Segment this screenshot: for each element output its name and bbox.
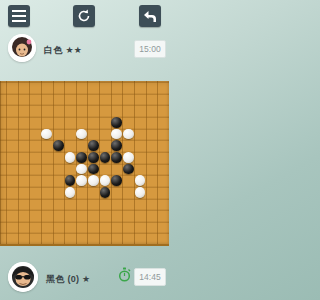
board-cell[interactable] [88,128,100,140]
board-cell[interactable] [6,233,18,245]
board-cell[interactable] [146,128,158,140]
board-cell[interactable] [76,128,88,140]
white-stone [88,175,99,186]
board-cell[interactable] [99,187,111,199]
board-cell[interactable] [146,93,158,105]
boy-with-glasses-avatar-icon [8,262,38,292]
board-cell[interactable] [64,117,76,129]
board-cell[interactable] [41,233,53,245]
board-cell[interactable] [88,117,100,129]
board-cell[interactable] [53,210,65,222]
board-cell[interactable] [18,152,30,164]
board-cell[interactable] [76,221,88,233]
board-cell[interactable] [88,175,100,187]
board-cell[interactable] [41,140,53,152]
board-cell[interactable] [111,140,123,152]
board-cell[interactable] [99,198,111,210]
board-cell[interactable] [99,93,111,105]
black-stone [111,175,122,186]
board-cell[interactable] [29,233,41,245]
black-stone [100,187,111,198]
board-cell[interactable] [122,82,134,94]
board-cell[interactable] [122,140,134,152]
board-cell[interactable] [99,128,111,140]
board-cell[interactable] [146,82,158,94]
board-cell[interactable] [134,233,146,245]
board-cell[interactable] [146,152,158,164]
board-cell[interactable] [53,221,65,233]
white-player-avatar [8,34,36,62]
board-cell[interactable] [76,175,88,187]
board-cell[interactable] [41,105,53,117]
board-cell[interactable] [6,117,18,129]
board-cell[interactable] [99,233,111,245]
board-cell[interactable] [157,198,169,210]
board-cell[interactable] [88,105,100,117]
board-cell[interactable] [122,221,134,233]
board-cell[interactable] [157,128,169,140]
board-cell[interactable] [64,175,76,187]
board-cell[interactable] [99,82,111,94]
board-cell[interactable] [6,152,18,164]
board-cell[interactable] [99,105,111,117]
board-cell[interactable] [18,233,30,245]
board-cell[interactable] [134,198,146,210]
board-cell[interactable] [76,163,88,175]
board-cell[interactable] [134,175,146,187]
board-cell[interactable] [64,210,76,222]
board-cell[interactable] [53,140,65,152]
white-stone [41,129,52,140]
board-cell[interactable] [18,82,30,94]
undo-arrow-icon [143,10,157,23]
board-cell[interactable] [99,163,111,175]
board-cell[interactable] [29,210,41,222]
board-cell[interactable] [41,93,53,105]
board-cell[interactable] [88,221,100,233]
board-cell[interactable] [99,117,111,129]
board-cell[interactable] [41,117,53,129]
board-cell[interactable] [157,152,169,164]
board-cell[interactable] [157,221,169,233]
black-player-avatar [8,262,38,292]
board-cell[interactable] [53,152,65,164]
board-cell[interactable] [6,93,18,105]
black-stone [111,117,122,128]
black-stone [88,152,99,163]
white-stone [135,187,146,198]
board-cell[interactable] [29,82,41,94]
board-cell[interactable] [29,163,41,175]
black-player-row: 黑色 (0) ★ 14:45 [0,258,169,292]
board-cell[interactable] [29,221,41,233]
board-cell[interactable] [146,163,158,175]
board-cell[interactable] [6,175,18,187]
board-cell[interactable] [41,221,53,233]
board-cell[interactable] [88,163,100,175]
board-cell[interactable] [18,175,30,187]
board-cell[interactable] [111,187,123,199]
board-cell[interactable] [99,221,111,233]
white-player-row: 白色 ★★ 15:00 [0,33,169,67]
white-stone [123,152,134,163]
board-cell[interactable] [18,163,30,175]
board-cell[interactable] [64,105,76,117]
girl-avatar-icon [8,34,36,62]
board-cell[interactable] [134,105,146,117]
board-cell[interactable] [134,117,146,129]
board-cell[interactable] [122,198,134,210]
board-cell[interactable] [157,140,169,152]
board-cell[interactable] [134,140,146,152]
board-cell[interactable] [157,233,169,245]
board-cell[interactable] [6,128,18,140]
board-cell[interactable] [88,152,100,164]
black-stone [111,152,122,163]
board-cell[interactable] [29,128,41,140]
black-stone [88,140,99,151]
board-cell[interactable] [64,128,76,140]
board-cell[interactable] [122,117,134,129]
black-stone [111,140,122,151]
board-cell[interactable] [41,163,53,175]
board-cell[interactable] [76,105,88,117]
board-cell[interactable] [53,175,65,187]
board-cell[interactable] [6,140,18,152]
board-cell[interactable] [76,140,88,152]
board-cell[interactable] [29,140,41,152]
board-cell[interactable] [6,221,18,233]
board-cell[interactable] [146,233,158,245]
board-cell[interactable] [88,187,100,199]
board-cell[interactable] [134,128,146,140]
board-cell[interactable] [64,163,76,175]
board-cell[interactable] [146,105,158,117]
board-cell[interactable] [53,163,65,175]
board-cell[interactable] [29,152,41,164]
board-cell[interactable] [157,105,169,117]
timer-clock-icon [118,267,131,281]
board-cell[interactable] [53,105,65,117]
board-cell[interactable] [76,233,88,245]
board-cell[interactable] [29,93,41,105]
board-cell[interactable] [64,198,76,210]
white-player-name: 白色 ★★ [44,44,82,57]
board-cell[interactable] [64,187,76,199]
board-cell[interactable] [122,128,134,140]
board-cell[interactable] [18,140,30,152]
board-cell[interactable] [53,93,65,105]
board-cell[interactable] [157,163,169,175]
board-cell[interactable] [146,175,158,187]
board-cell[interactable] [29,198,41,210]
hamburger-icon [12,10,26,22]
board-cell[interactable] [64,233,76,245]
board-cell[interactable] [111,93,123,105]
board-cell[interactable] [41,175,53,187]
black-player-name: 黑色 (0) ★ [46,273,90,286]
board-cell[interactable] [76,93,88,105]
board-cell[interactable] [146,210,158,222]
board-cell[interactable] [111,198,123,210]
white-stone [76,175,87,186]
board-cell[interactable] [157,82,169,94]
white-stone [100,175,111,186]
board-cell[interactable] [18,210,30,222]
board-cell[interactable] [134,163,146,175]
board-cell[interactable] [41,210,53,222]
board-cell[interactable] [111,152,123,164]
board-cell[interactable] [41,187,53,199]
board-cell[interactable] [18,198,30,210]
board-cell[interactable] [157,187,169,199]
board-cell[interactable] [122,163,134,175]
board-cell[interactable] [64,82,76,94]
board-cell[interactable] [18,105,30,117]
white-stone [135,175,146,186]
board-cell[interactable] [122,233,134,245]
board-cell[interactable] [6,198,18,210]
board-cell[interactable] [134,82,146,94]
board-cell[interactable] [146,187,158,199]
white-player-timer: 15:00 [134,40,166,58]
board-cell[interactable] [53,117,65,129]
board-cell[interactable] [18,187,30,199]
board-cell[interactable] [29,187,41,199]
board-cell[interactable] [64,93,76,105]
board-cell[interactable] [122,93,134,105]
board-cell[interactable] [122,105,134,117]
board-cell[interactable] [53,187,65,199]
white-stone [76,129,87,140]
board-cell[interactable] [41,128,53,140]
board-cell[interactable] [122,187,134,199]
board-cell[interactable] [111,105,123,117]
board-cell[interactable] [53,198,65,210]
board-cell[interactable] [18,128,30,140]
board-cell[interactable] [111,82,123,94]
black-player-timer: 14:45 [134,268,166,286]
board-cell[interactable] [111,210,123,222]
board-cell[interactable] [64,221,76,233]
board-cell[interactable] [134,221,146,233]
white-stone [65,187,76,198]
board-cell[interactable] [88,82,100,94]
board-cell[interactable] [18,117,30,129]
board-cell[interactable] [111,128,123,140]
menu-button[interactable] [8,5,30,27]
board-cell[interactable] [122,152,134,164]
board-cell[interactable] [99,175,111,187]
board-cell[interactable] [76,117,88,129]
board-cell[interactable] [76,82,88,94]
board-cell[interactable] [88,93,100,105]
black-stone [53,140,64,151]
board-cell[interactable] [157,93,169,105]
board-cell[interactable] [6,210,18,222]
board-cell[interactable] [76,198,88,210]
board-cell[interactable] [6,105,18,117]
board-cell[interactable] [111,163,123,175]
black-stone [100,152,111,163]
board-cell[interactable] [111,175,123,187]
board [0,81,169,246]
board-cell[interactable] [99,152,111,164]
board-cell[interactable] [146,198,158,210]
black-stone [65,175,76,186]
white-stone [123,129,134,140]
board-cell[interactable] [76,210,88,222]
board-cell[interactable] [6,163,18,175]
black-stone [88,164,99,175]
board-cell[interactable] [111,117,123,129]
board-cell[interactable] [134,210,146,222]
board-cell[interactable] [64,152,76,164]
board-cell[interactable] [53,128,65,140]
board-cell[interactable] [157,175,169,187]
board-cell[interactable] [99,140,111,152]
board-cell[interactable] [53,82,65,94]
board-cell[interactable] [64,140,76,152]
board-cell[interactable] [53,233,65,245]
undo-button[interactable] [139,5,161,27]
board-cell[interactable] [134,93,146,105]
toolbar [0,0,169,30]
board-cell[interactable] [134,152,146,164]
board-grid [6,82,169,245]
board-cell[interactable] [146,221,158,233]
board-cell[interactable] [88,140,100,152]
board-cell[interactable] [111,233,123,245]
white-stone [65,152,76,163]
board-cell[interactable] [111,221,123,233]
board-cell[interactable] [41,82,53,94]
board-cell[interactable] [6,82,18,94]
board-cell[interactable] [157,210,169,222]
board-cell[interactable] [6,187,18,199]
board-cell[interactable] [29,117,41,129]
white-stone [111,129,122,140]
board-cell[interactable] [41,198,53,210]
black-stone [123,164,134,175]
board-cell[interactable] [29,175,41,187]
white-stone [76,164,87,175]
board-cell[interactable] [146,140,158,152]
board-cell[interactable] [18,221,30,233]
restart-button[interactable] [73,5,95,27]
board-cell[interactable] [76,187,88,199]
refresh-icon [77,9,91,23]
board-cell[interactable] [88,198,100,210]
board-cell[interactable] [29,105,41,117]
board-cell[interactable] [122,175,134,187]
board-cell[interactable] [18,93,30,105]
board-cell[interactable] [88,210,100,222]
board-cell[interactable] [88,233,100,245]
board-cell[interactable] [76,152,88,164]
board-cell[interactable] [99,210,111,222]
board-cell[interactable] [157,117,169,129]
board-cell[interactable] [41,152,53,164]
black-stone [76,152,87,163]
board-cell[interactable] [134,187,146,199]
board-cell[interactable] [146,117,158,129]
board-cell[interactable] [122,210,134,222]
